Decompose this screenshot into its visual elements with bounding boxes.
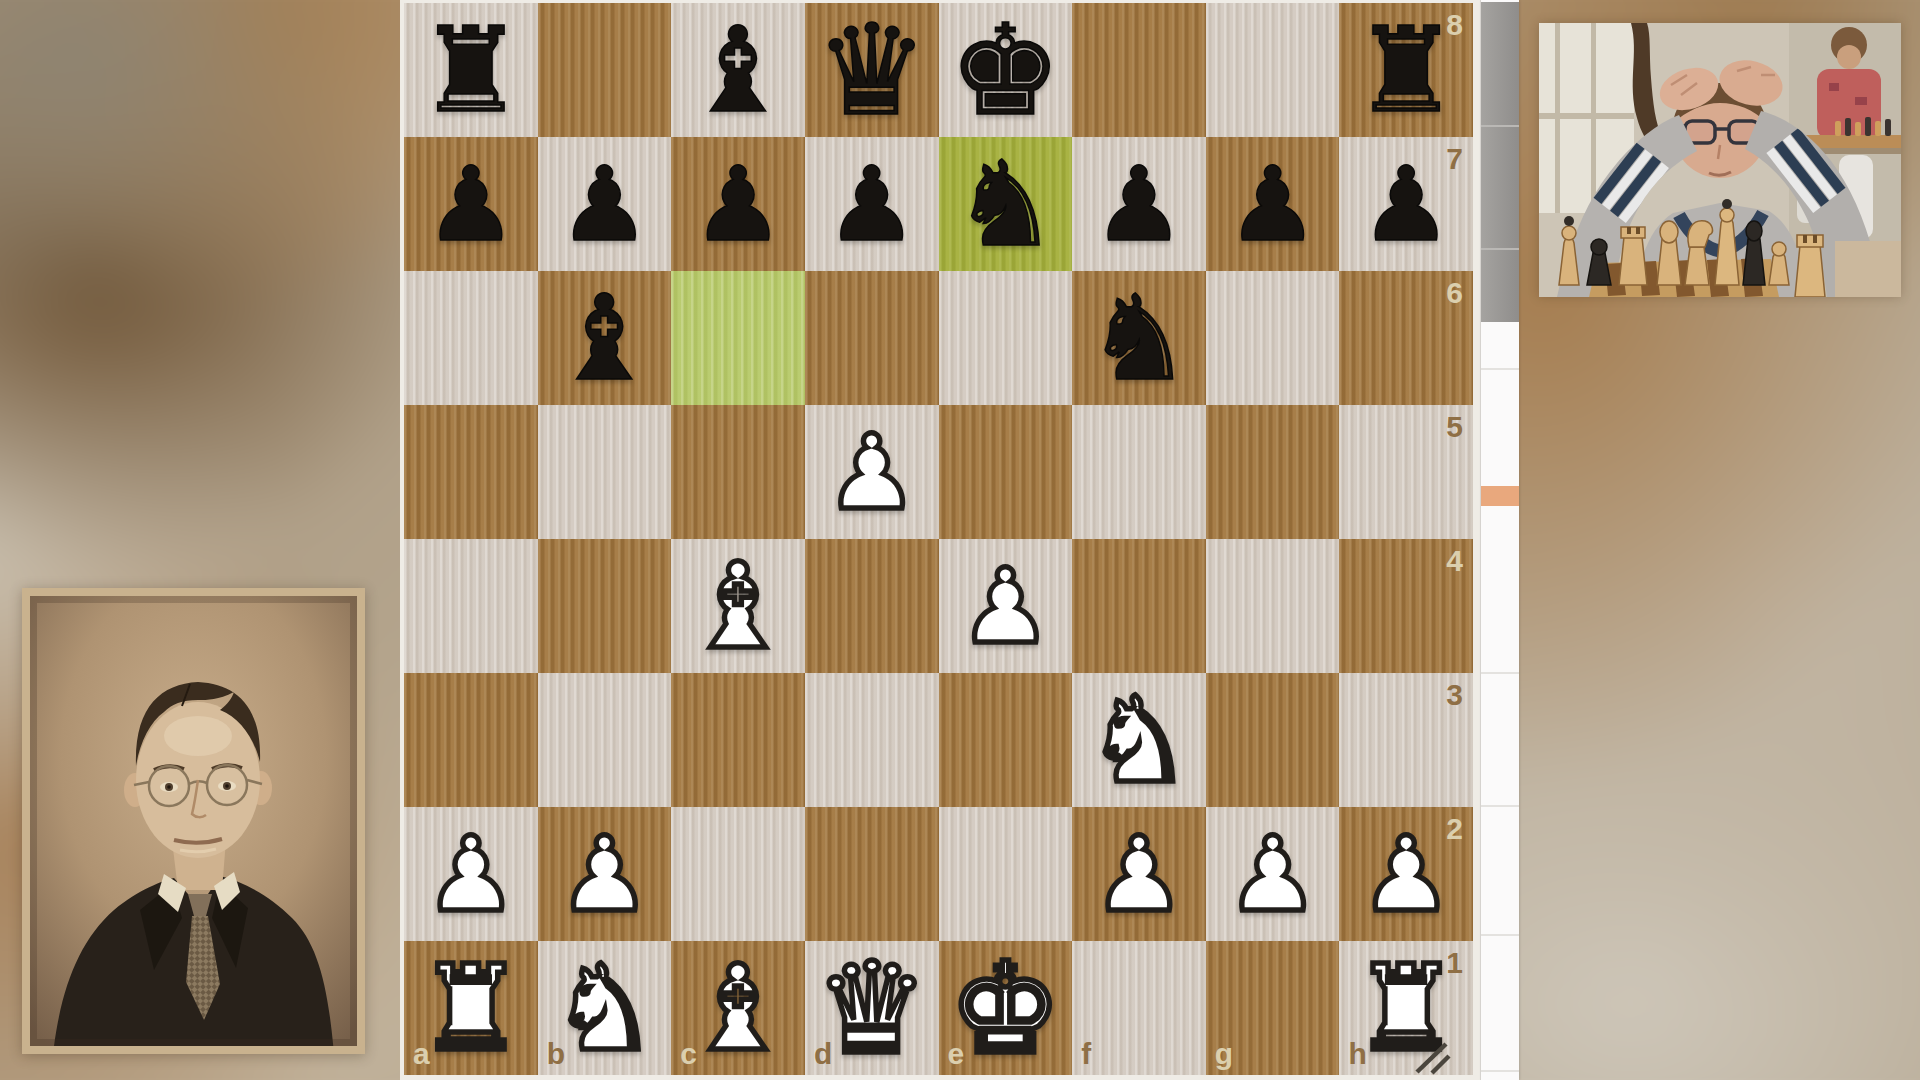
- rank-label-6: 6: [1446, 278, 1463, 308]
- square-b6[interactable]: ♝: [538, 271, 672, 405]
- file-label-g: g: [1215, 1039, 1233, 1069]
- square-b2[interactable]: ♟: [538, 807, 672, 941]
- rank-label-5: 5: [1446, 412, 1463, 442]
- square-g3[interactable]: [1206, 673, 1340, 807]
- square-f2[interactable]: ♟: [1072, 807, 1206, 941]
- square-a7[interactable]: ♟: [404, 137, 538, 271]
- list-separator: [1481, 368, 1519, 370]
- list-separator: [1481, 934, 1519, 936]
- piece-black-knight-f6[interactable]: ♞: [1072, 271, 1206, 405]
- portrait-photo: [22, 588, 365, 1054]
- square-c5[interactable]: [671, 405, 805, 539]
- list-separator: [1481, 1070, 1519, 1072]
- webcam-photo: [1539, 23, 1901, 297]
- square-a1[interactable]: a♜: [404, 941, 538, 1075]
- square-g7[interactable]: ♟: [1206, 137, 1340, 271]
- square-c7[interactable]: ♟: [671, 137, 805, 271]
- square-h1[interactable]: 1h♜: [1339, 941, 1473, 1075]
- piece-white-pawn-h2[interactable]: ♟: [1339, 807, 1473, 941]
- table-edge: [1835, 241, 1901, 297]
- rank-label-4: 4: [1446, 546, 1463, 576]
- square-b7[interactable]: ♟: [538, 137, 672, 271]
- square-c2[interactable]: [671, 807, 805, 941]
- list-separator: [1481, 805, 1519, 807]
- piece-white-knight-b1[interactable]: ♞: [538, 941, 672, 1075]
- piece-black-rook-h8[interactable]: ♜: [1339, 3, 1473, 137]
- piece-white-knight-f3[interactable]: ♞: [1072, 673, 1206, 807]
- chess-board-frame: ♜♝♛♚8♜♟♟♟♟♞♟♟7♟♝♞6♟5♝♟4♞3♟♟♟♟2♟a♜b♞c♝d♛e…: [400, 0, 1480, 1080]
- square-e4[interactable]: ♟: [939, 539, 1073, 673]
- square-h7[interactable]: 7♟: [1339, 137, 1473, 271]
- square-f5[interactable]: [1072, 405, 1206, 539]
- square-d7[interactable]: ♟: [805, 137, 939, 271]
- square-c3[interactable]: [671, 673, 805, 807]
- piece-black-pawn-g7[interactable]: ♟: [1206, 137, 1340, 271]
- square-a8[interactable]: ♜: [404, 3, 538, 137]
- piece-black-pawn-c7[interactable]: ♟: [671, 137, 805, 271]
- piece-black-bishop-b6[interactable]: ♝: [538, 271, 672, 405]
- square-d4[interactable]: [805, 539, 939, 673]
- resize-handle-icon[interactable]: [1414, 1040, 1452, 1076]
- square-e5[interactable]: [939, 405, 1073, 539]
- piece-white-pawn-d5[interactable]: ♟: [805, 405, 939, 539]
- square-d1[interactable]: d♛: [805, 941, 939, 1075]
- piece-black-pawn-d7[interactable]: ♟: [805, 137, 939, 271]
- square-e8[interactable]: ♚: [939, 3, 1073, 137]
- square-c6[interactable]: [671, 271, 805, 405]
- rank-label-3: 3: [1446, 680, 1463, 710]
- square-a2[interactable]: ♟: [404, 807, 538, 941]
- piece-black-pawn-f7[interactable]: ♟: [1072, 137, 1206, 271]
- square-h5[interactable]: 5: [1339, 405, 1473, 539]
- file-label-f: f: [1081, 1039, 1091, 1069]
- square-e6[interactable]: [939, 271, 1073, 405]
- square-h2[interactable]: 2♟: [1339, 807, 1473, 941]
- square-h3[interactable]: 3: [1339, 673, 1473, 807]
- piece-white-rook-h1[interactable]: ♜: [1339, 941, 1473, 1075]
- piece-white-king-e1[interactable]: ♚: [939, 941, 1073, 1075]
- square-g5[interactable]: [1206, 405, 1340, 539]
- square-c4[interactable]: ♝: [671, 539, 805, 673]
- square-f6[interactable]: ♞: [1072, 271, 1206, 405]
- piece-white-queen-d1[interactable]: ♛: [805, 941, 939, 1075]
- square-e1[interactable]: e♚: [939, 941, 1073, 1075]
- square-b8[interactable]: [538, 3, 672, 137]
- piece-white-pawn-e4[interactable]: ♟: [939, 539, 1073, 673]
- piece-black-pawn-b7[interactable]: ♟: [538, 137, 672, 271]
- square-f7[interactable]: ♟: [1072, 137, 1206, 271]
- square-h6[interactable]: 6: [1339, 271, 1473, 405]
- move-list-scrollbar: [1480, 0, 1519, 1080]
- square-d8[interactable]: ♛: [805, 3, 939, 137]
- square-g6[interactable]: [1206, 271, 1340, 405]
- piece-black-pawn-a7[interactable]: ♟: [404, 137, 538, 271]
- scrollbar-thumb[interactable]: [1481, 2, 1519, 322]
- thumb-separator: [1481, 125, 1519, 127]
- square-b5[interactable]: [538, 405, 672, 539]
- piece-white-pawn-b2[interactable]: ♟: [538, 807, 672, 941]
- piece-white-bishop-c1[interactable]: ♝: [671, 941, 805, 1075]
- square-g1[interactable]: g: [1206, 941, 1340, 1075]
- piece-white-pawn-f2[interactable]: ♟: [1072, 807, 1206, 941]
- square-b4[interactable]: [538, 539, 672, 673]
- square-f8[interactable]: [1072, 3, 1206, 137]
- thumb-separator: [1481, 248, 1519, 250]
- square-g2[interactable]: ♟: [1206, 807, 1340, 941]
- square-g4[interactable]: [1206, 539, 1340, 673]
- piece-black-rook-a8[interactable]: ♜: [404, 3, 538, 137]
- piece-white-pawn-g2[interactable]: ♟: [1206, 807, 1340, 941]
- piece-black-knight-e7[interactable]: ♞: [939, 137, 1073, 271]
- square-b3[interactable]: [538, 673, 672, 807]
- square-d5[interactable]: ♟: [805, 405, 939, 539]
- square-e2[interactable]: [939, 807, 1073, 941]
- square-b1[interactable]: b♞: [538, 941, 672, 1075]
- square-a6[interactable]: [404, 271, 538, 405]
- square-a4[interactable]: [404, 539, 538, 673]
- square-h8[interactable]: 8♜: [1339, 3, 1473, 137]
- square-c1[interactable]: c♝: [671, 941, 805, 1075]
- square-g8[interactable]: [1206, 3, 1340, 137]
- piece-white-rook-a1[interactable]: ♜: [404, 941, 538, 1075]
- piece-black-queen-d8[interactable]: ♛: [805, 3, 939, 137]
- square-e3[interactable]: [939, 673, 1073, 807]
- square-a5[interactable]: [404, 405, 538, 539]
- square-a3[interactable]: [404, 673, 538, 807]
- piece-black-king-e8[interactable]: ♚: [939, 3, 1073, 137]
- current-position-marker: [1481, 486, 1519, 506]
- square-d2[interactable]: [805, 807, 939, 941]
- square-e7[interactable]: ♞: [939, 137, 1073, 271]
- chess-board: ♜♝♛♚8♜♟♟♟♟♞♟♟7♟♝♞6♟5♝♟4♞3♟♟♟♟2♟a♜b♞c♝d♛e…: [404, 3, 1473, 1075]
- square-f3[interactable]: ♞: [1072, 673, 1206, 807]
- piece-white-bishop-c4[interactable]: ♝: [671, 539, 805, 673]
- square-f1[interactable]: f: [1072, 941, 1206, 1075]
- square-h4[interactable]: 4: [1339, 539, 1473, 673]
- piece-black-pawn-h7[interactable]: ♟: [1339, 137, 1473, 271]
- square-f4[interactable]: [1072, 539, 1206, 673]
- square-d3[interactable]: [805, 673, 939, 807]
- square-c8[interactable]: ♝: [671, 3, 805, 137]
- piece-white-pawn-a2[interactable]: ♟: [404, 807, 538, 941]
- video-frame: ♜♝♛♚8♜♟♟♟♟♞♟♟7♟♝♞6♟5♝♟4♞3♟♟♟♟2♟a♜b♞c♝d♛e…: [0, 0, 1920, 1080]
- piece-black-bishop-c8[interactable]: ♝: [671, 3, 805, 137]
- square-d6[interactable]: [805, 271, 939, 405]
- list-separator: [1481, 672, 1519, 674]
